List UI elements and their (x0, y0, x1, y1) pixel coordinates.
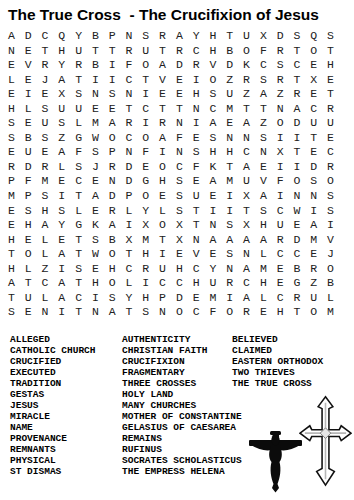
grid-cell: S (171, 204, 188, 219)
grid-cell: S (272, 58, 289, 73)
grid-cell: S (37, 131, 54, 146)
grid-cell: Y (205, 262, 222, 277)
grid-cell: M (221, 102, 238, 117)
grid-cell: E (205, 189, 222, 204)
word-item: EASTERN ORTHODOX (232, 356, 323, 367)
grid-cell: T (70, 189, 87, 204)
word-item: MANY CHURCHES (122, 400, 242, 411)
grid-cell: I (272, 189, 289, 204)
grid-cell: L (53, 160, 70, 175)
grid-cell: Y (53, 218, 70, 233)
grid-cell: A (3, 276, 20, 291)
grid-cell: G (137, 174, 154, 189)
grid-cell: T (171, 102, 188, 117)
grid-cell: I (104, 73, 121, 88)
grid-cell: C (188, 305, 205, 320)
grid-cell: U (37, 116, 54, 131)
grid-cell: C (272, 291, 289, 306)
grid-cell: T (255, 102, 272, 117)
grid-cell: A (87, 189, 104, 204)
word-item: MOTHER OF CONSTANTINE (122, 411, 242, 422)
grid-cell: E (3, 87, 20, 102)
grid-cell: A (104, 116, 121, 131)
grid-cell: T (70, 233, 87, 248)
grid-cell: I (272, 160, 289, 175)
word-item: CHRISTIAN FAITH (122, 345, 242, 356)
grid-cell: N (37, 305, 54, 320)
grid-cell: A (154, 58, 171, 73)
grid-cell: T (221, 160, 238, 175)
word-item: GESTAS (10, 389, 96, 400)
word-item: RUFINUS (122, 444, 242, 455)
grid-cell: A (255, 87, 272, 102)
grid-cell: I (154, 247, 171, 262)
grid-cell: P (104, 29, 121, 44)
grid-cell: V (154, 73, 171, 88)
grid-cell: E (87, 262, 104, 277)
grid-cell: F (188, 160, 205, 175)
grid-cell: L (70, 204, 87, 219)
grid-cell: Y (137, 204, 154, 219)
grid-cell: S (137, 305, 154, 320)
grid-cell: V (20, 58, 37, 73)
grid-cell: T (87, 44, 104, 59)
grid-cell: F (20, 174, 37, 189)
word-item: CRUCIFIXION (122, 356, 242, 367)
grid-cell: B (289, 262, 306, 277)
ornate-cross-icon (299, 393, 352, 489)
grid-cell: S (137, 29, 154, 44)
grid-cell: O (137, 189, 154, 204)
grid-cell: S (221, 247, 238, 262)
grid-cell: V (188, 247, 205, 262)
grid-cell: U (305, 116, 322, 131)
grid-cell: A (205, 174, 222, 189)
grid-cell: S (255, 204, 272, 219)
grid-cell: E (37, 145, 54, 160)
word-item: EXECUTED (10, 367, 96, 378)
grid-cell: C (238, 276, 255, 291)
grid-cell: A (238, 116, 255, 131)
grid-cell: U (137, 44, 154, 59)
grid-cell: T (104, 44, 121, 59)
grid-cell: I (221, 189, 238, 204)
grid-cell: R (272, 44, 289, 59)
grid-cell: E (20, 73, 37, 88)
grid-cell: T (70, 305, 87, 320)
grid-cell: H (205, 145, 222, 160)
grid-cell: Y (188, 29, 205, 44)
grid-cell: C (171, 276, 188, 291)
grid-cell: S (322, 29, 339, 44)
grid-cell: R (272, 73, 289, 88)
grid-cell: I (104, 58, 121, 73)
grid-cell: C (70, 291, 87, 306)
grid-cell: E (53, 233, 70, 248)
grid-cell: E (3, 145, 20, 160)
grid-cell: A (205, 116, 222, 131)
grid-cell: N (121, 29, 138, 44)
grid-cell: A (3, 29, 20, 44)
grid-cell: P (121, 189, 138, 204)
grid-cell: T (137, 73, 154, 88)
grid-cell: D (171, 58, 188, 73)
grid-cell: S (171, 189, 188, 204)
grid-cell: T (3, 247, 20, 262)
grid-cell: F (121, 58, 138, 73)
page-title: The True Cross - The Crucifixion of Jesu… (8, 6, 319, 24)
grid-cell: O (137, 58, 154, 73)
grid-cell: L (20, 262, 37, 277)
grid-cell: R (104, 160, 121, 175)
grid-cell: O (305, 305, 322, 320)
grid-cell: R (121, 44, 138, 59)
grid-cell: E (205, 247, 222, 262)
grid-cell: O (104, 276, 121, 291)
grid-cell: E (221, 116, 238, 131)
grid-cell: L (322, 291, 339, 306)
grid-cell: C (154, 276, 171, 291)
grid-cell: S (305, 174, 322, 189)
grid-cell: E (305, 247, 322, 262)
grid-cell: R (322, 160, 339, 175)
grid-cell: C (171, 160, 188, 175)
grid-cell: U (238, 174, 255, 189)
grid-cell: E (20, 44, 37, 59)
grid-cell: I (121, 218, 138, 233)
grid-cell: M (3, 189, 20, 204)
grid-cell: O (305, 44, 322, 59)
grid-cell: X (171, 233, 188, 248)
grid-cell: R (238, 305, 255, 320)
grid-cell: Y (70, 29, 87, 44)
word-item: THE EMPRESS HELENA (122, 466, 242, 477)
grid-cell: N (188, 233, 205, 248)
grid-cell: A (53, 276, 70, 291)
grid-cell: U (238, 29, 255, 44)
grid-cell: C (272, 204, 289, 219)
grid-cell: B (221, 44, 238, 59)
grid-cell: I (221, 291, 238, 306)
word-list-column-1: ALLEGEDCATHOLIC CHURCHCRUCIFIEDEXECUTEDT… (10, 334, 96, 477)
grid-cell: X (272, 145, 289, 160)
grid-cell: M (305, 233, 322, 248)
grid-cell: T (154, 102, 171, 117)
grid-cell: I (272, 131, 289, 146)
grid-cell: S (3, 131, 20, 146)
grid-cell: N (121, 145, 138, 160)
grid-cell: E (3, 204, 20, 219)
grid-cell: I (53, 305, 70, 320)
grid-cell: U (221, 87, 238, 102)
grid-cell: E (322, 73, 339, 88)
grid-cell: N (255, 145, 272, 160)
grid-cell: N (87, 87, 104, 102)
grid-cell: O (322, 262, 339, 277)
grid-cell: E (20, 116, 37, 131)
grid-cell: U (53, 102, 70, 117)
grid-cell: A (238, 160, 255, 175)
word-item: GELASIUS OF CAESAREA (122, 422, 242, 433)
grid-cell: F (255, 44, 272, 59)
grid-cell: T (238, 204, 255, 219)
grid-cell: N (188, 102, 205, 117)
grid-cell: W (289, 204, 306, 219)
grid-cell: R (238, 73, 255, 88)
grid-cell: N (3, 44, 20, 59)
grid-cell: T (238, 102, 255, 117)
word-item: CLAIMED (232, 345, 323, 356)
grid-cell: T (20, 276, 37, 291)
grid-cell: N (171, 145, 188, 160)
grid-cell: D (20, 29, 37, 44)
grid-cell: I (87, 73, 104, 88)
grid-cell: J (87, 160, 104, 175)
word-item: FRAGMENTARY (122, 367, 242, 378)
grid-cell: N (205, 218, 222, 233)
grid-cell: T (322, 87, 339, 102)
grid-cell: D (104, 189, 121, 204)
grid-cell: V (205, 58, 222, 73)
grid-cell: A (53, 247, 70, 262)
grid-cell: E (20, 305, 37, 320)
grid-cell: T (70, 73, 87, 88)
grid-cell: E (154, 189, 171, 204)
word-item: BELIEVED (232, 334, 323, 345)
grid-cell: I (221, 204, 238, 219)
grid-cell: U (20, 291, 37, 306)
grid-cell: L (70, 116, 87, 131)
grid-cell: O (154, 160, 171, 175)
grid-cell: S (255, 131, 272, 146)
grid-cell: F (137, 145, 154, 160)
grid-cell: E (3, 218, 20, 233)
grid-cell: E (255, 305, 272, 320)
grid-cell: S (37, 189, 54, 204)
grid-cell: I (53, 262, 70, 277)
word-list-column-2: AUTHENTICITYCHRISTIAN FAITHCRUCIFIXIONFR… (122, 334, 242, 477)
grid-cell: R (289, 87, 306, 102)
grid-cell: C (121, 262, 138, 277)
grid-cell: M (205, 291, 222, 306)
grid-cell: Z (305, 276, 322, 291)
grid-cell: A (238, 262, 255, 277)
grid-cell: S (70, 262, 87, 277)
grid-cell: S (20, 204, 37, 219)
grid-cell: U (154, 262, 171, 277)
grid-cell: H (255, 218, 272, 233)
grid-cell: Z (238, 87, 255, 102)
grid-cell: U (70, 44, 87, 59)
grid-cell: H (104, 262, 121, 277)
grid-cell: N (305, 189, 322, 204)
grid-cell: H (37, 204, 54, 219)
word-item: PROVENANCE (10, 433, 96, 444)
grid-cell: G (70, 218, 87, 233)
grid-cell: O (221, 305, 238, 320)
word-item: ST DISMAS (10, 466, 96, 477)
grid-cell: R (154, 29, 171, 44)
word-item: NAME (10, 422, 96, 433)
grid-cell: E (87, 204, 104, 219)
grid-cell: P (154, 291, 171, 306)
grid-cell: M (87, 116, 104, 131)
grid-cell: F (70, 145, 87, 160)
word-item: THE TRUE CROSS (232, 378, 323, 389)
grid-cell: M (221, 174, 238, 189)
grid-cell: A (221, 233, 238, 248)
grid-cell: A (53, 145, 70, 160)
grid-cell: Z (255, 116, 272, 131)
grid-cell: E (171, 247, 188, 262)
grid-cell: L (121, 276, 138, 291)
grid-cell: P (3, 174, 20, 189)
grid-cell: B (20, 131, 37, 146)
grid-cell: W (87, 131, 104, 146)
grid-cell: Z (221, 73, 238, 88)
grid-cell: C (322, 145, 339, 160)
grid-cell: H (87, 276, 104, 291)
grid-cell: H (188, 87, 205, 102)
grid-cell: H (205, 44, 222, 59)
grid-cell: A (104, 305, 121, 320)
grid-cell: I (289, 160, 306, 175)
grid-cell: U (205, 276, 222, 291)
grid-cell: I (188, 73, 205, 88)
grid-cell: Q (53, 29, 70, 44)
grid-cell: C (272, 247, 289, 262)
grid-cell: T (70, 276, 87, 291)
grid-cell: S (322, 204, 339, 219)
grid-cell: D (20, 160, 37, 175)
grid-cell: I (53, 189, 70, 204)
grid-cell: R (188, 58, 205, 73)
grid-cell: N (238, 131, 255, 146)
word-item: JESUS (10, 400, 96, 411)
grid-cell: S (255, 73, 272, 88)
grid-cell: E (87, 174, 104, 189)
grid-cell: X (137, 218, 154, 233)
grid-cell: O (137, 131, 154, 146)
grid-cell: A (53, 73, 70, 88)
grid-cell: I (305, 204, 322, 219)
grid-cell: G (289, 276, 306, 291)
grid-cell: U (188, 189, 205, 204)
grid-cell: O (104, 247, 121, 262)
word-item: REMNANTS (10, 444, 96, 455)
grid-cell: A (53, 291, 70, 306)
grid-cell: S (221, 218, 238, 233)
grid-cell: M (137, 233, 154, 248)
grid-cell: X (255, 29, 272, 44)
grid-cell: L (154, 204, 171, 219)
grid-cell: A (154, 131, 171, 146)
grid-cell: H (137, 291, 154, 306)
grid-cell: T (322, 44, 339, 59)
grid-cell: T (3, 291, 20, 306)
grid-cell: E (154, 87, 171, 102)
grid-cell: R (272, 233, 289, 248)
grid-cell: A (238, 233, 255, 248)
grid-cell: C (137, 102, 154, 117)
grid-cell: D (272, 29, 289, 44)
grid-cell: G (70, 131, 87, 146)
word-item: PHYSICAL (10, 455, 96, 466)
grid-cell: X (238, 218, 255, 233)
word-item: TRADITION (10, 378, 96, 389)
grid-cell: E (171, 87, 188, 102)
grid-cell: M (322, 305, 339, 320)
grid-cell: C (70, 174, 87, 189)
worksheet-page: { "game": "word-search", "title": "The T… (0, 0, 354, 500)
grid-cell: S (37, 102, 54, 117)
grid-cell: R (3, 160, 20, 175)
grid-cell: C (37, 29, 54, 44)
grid-cell: R (221, 276, 238, 291)
grid-cell: C (289, 247, 306, 262)
grid-cell: X (305, 73, 322, 88)
grid-cell: P (104, 145, 121, 160)
grid-cell: D (305, 160, 322, 175)
grid-cell: C (37, 276, 54, 291)
grid-cell: E (255, 160, 272, 175)
grid-cell: L (255, 247, 272, 262)
grid-cell: F (171, 131, 188, 146)
grid-cell: A (238, 291, 255, 306)
grid-cell: N (221, 131, 238, 146)
word-item: REMAINS (122, 433, 242, 444)
grid-cell: E (171, 73, 188, 88)
grid-cell: T (289, 44, 306, 59)
grid-cell: E (289, 218, 306, 233)
grid-cell: Z (37, 262, 54, 277)
grid-cell: S (322, 189, 339, 204)
grid-cell: S (70, 160, 87, 175)
grid-cell: R (289, 291, 306, 306)
grid-cell: D (289, 233, 306, 248)
grid-cell: R (322, 102, 339, 117)
grid-cell: T (37, 44, 54, 59)
grid-cell: O (154, 218, 171, 233)
grid-cell: S (205, 131, 222, 146)
grid-cell: A (171, 29, 188, 44)
grid-cell: H (3, 102, 20, 117)
grid-cell: U (20, 145, 37, 160)
grid-cell: S (104, 291, 121, 306)
grid-cell: E (305, 87, 322, 102)
grid-cell: H (255, 276, 272, 291)
grid-cell: J (322, 247, 339, 262)
grid-cell: E (305, 145, 322, 160)
grid-cell: O (104, 131, 121, 146)
grid-cell: D (121, 160, 138, 175)
grid-cell: X (121, 233, 138, 248)
grid-cell: I (20, 87, 37, 102)
grid-cell: I (205, 204, 222, 219)
word-item: TWO THIEVES (232, 367, 323, 378)
grid-cell: Y (121, 291, 138, 306)
grid-cell: S (70, 87, 87, 102)
grid-cell: I (154, 145, 171, 160)
grid-cell: N (238, 247, 255, 262)
grid-cell: M (37, 174, 54, 189)
grid-cell: P (20, 189, 37, 204)
grid-cell: T (221, 29, 238, 44)
grid-cell: C (121, 131, 138, 146)
grid-cell: D (121, 174, 138, 189)
grid-cell: A (289, 102, 306, 117)
grid-cell: R (70, 58, 87, 73)
